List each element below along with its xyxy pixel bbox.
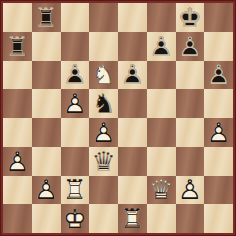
square-h4[interactable]: ♟♙ xyxy=(204,118,233,147)
piece-white-knight-d6[interactable]: ♞♘ xyxy=(89,61,118,90)
piece-black-pawn-c6[interactable]: ♟♙ xyxy=(61,61,90,90)
square-d1[interactable] xyxy=(89,204,118,233)
piece-white-rook-c2[interactable]: ♜♖ xyxy=(61,176,90,205)
square-b1[interactable] xyxy=(32,204,61,233)
white-pawn-glyph-fill: ♟ xyxy=(61,89,90,118)
square-f8[interactable] xyxy=(147,3,176,32)
black-knight-glyph-fill: ♞ xyxy=(89,89,118,118)
square-c1[interactable]: ♚♔ xyxy=(61,204,90,233)
square-f6[interactable] xyxy=(147,61,176,90)
piece-white-queen-f2[interactable]: ♛♕ xyxy=(147,176,176,205)
white-rook-glyph-outline: ♖ xyxy=(118,204,147,233)
piece-black-pawn-f7[interactable]: ♟♙ xyxy=(147,32,176,61)
black-king-glyph-outline: ♔ xyxy=(176,3,205,32)
black-rook-glyph-outline: ♖ xyxy=(3,32,32,61)
piece-white-pawn-b2[interactable]: ♟♙ xyxy=(32,176,61,205)
square-c7[interactable] xyxy=(61,32,90,61)
white-pawn-glyph-outline: ♙ xyxy=(3,147,32,176)
piece-black-pawn-h6[interactable]: ♟♙ xyxy=(204,61,233,90)
piece-black-king-g8[interactable]: ♚♔ xyxy=(176,3,205,32)
black-rook-glyph-outline: ♖ xyxy=(32,3,61,32)
square-c6[interactable]: ♟♙ xyxy=(61,61,90,90)
white-knight-glyph-outline: ♘ xyxy=(89,61,118,90)
white-pawn-glyph-outline: ♙ xyxy=(176,176,205,205)
square-g7[interactable]: ♟♙ xyxy=(176,32,205,61)
square-d7[interactable] xyxy=(89,32,118,61)
square-h6[interactable]: ♟♙ xyxy=(204,61,233,90)
square-d6[interactable]: ♞♘ xyxy=(89,61,118,90)
piece-black-rook-b8[interactable]: ♜♖ xyxy=(32,3,61,32)
square-c5[interactable]: ♟♙ xyxy=(61,89,90,118)
square-d3[interactable]: ♛♕ xyxy=(89,147,118,176)
square-f7[interactable]: ♟♙ xyxy=(147,32,176,61)
black-queen-glyph-outline: ♕ xyxy=(89,147,118,176)
piece-white-pawn-d4[interactable]: ♟♙ xyxy=(89,118,118,147)
square-b3[interactable] xyxy=(32,147,61,176)
piece-black-rook-a7[interactable]: ♜♖ xyxy=(3,32,32,61)
square-d5[interactable]: ♞♘ xyxy=(89,89,118,118)
piece-white-king-c1[interactable]: ♚♔ xyxy=(61,204,90,233)
square-h7[interactable] xyxy=(204,32,233,61)
piece-white-pawn-a3[interactable]: ♟♙ xyxy=(3,147,32,176)
square-a4[interactable] xyxy=(3,118,32,147)
piece-black-knight-d5[interactable]: ♞♘ xyxy=(89,89,118,118)
square-g1[interactable] xyxy=(176,204,205,233)
black-queen-glyph-fill: ♛ xyxy=(89,147,118,176)
square-b4[interactable] xyxy=(32,118,61,147)
black-pawn-glyph-fill: ♟ xyxy=(147,32,176,61)
black-pawn-glyph-outline: ♙ xyxy=(204,61,233,90)
white-pawn-glyph-fill: ♟ xyxy=(204,118,233,147)
square-g3[interactable] xyxy=(176,147,205,176)
square-e6[interactable]: ♟♙ xyxy=(118,61,147,90)
white-pawn-glyph-fill: ♟ xyxy=(32,176,61,205)
square-d4[interactable]: ♟♙ xyxy=(89,118,118,147)
square-a1[interactable] xyxy=(3,204,32,233)
square-e2[interactable] xyxy=(118,176,147,205)
square-b6[interactable] xyxy=(32,61,61,90)
chess-board-frame: ♜♖♚♔♜♖♟♙♟♙♟♙♞♘♟♙♟♙♟♙♞♘♟♙♟♙♟♙♛♕♟♙♜♖♛♕♟♙♚♔… xyxy=(0,0,236,236)
white-pawn-glyph-fill: ♟ xyxy=(176,176,205,205)
black-knight-glyph-outline: ♘ xyxy=(89,89,118,118)
white-king-glyph-outline: ♔ xyxy=(61,204,90,233)
square-g6[interactable] xyxy=(176,61,205,90)
piece-white-rook-e1[interactable]: ♜♖ xyxy=(118,204,147,233)
square-h1[interactable] xyxy=(204,204,233,233)
chess-board: ♜♖♚♔♜♖♟♙♟♙♟♙♞♘♟♙♟♙♟♙♞♘♟♙♟♙♟♙♛♕♟♙♜♖♛♕♟♙♚♔… xyxy=(3,3,233,233)
square-g2[interactable]: ♟♙ xyxy=(176,176,205,205)
square-f3[interactable] xyxy=(147,147,176,176)
white-knight-glyph-fill: ♞ xyxy=(89,61,118,90)
square-h3[interactable] xyxy=(204,147,233,176)
square-b7[interactable] xyxy=(32,32,61,61)
square-a2[interactable] xyxy=(3,176,32,205)
square-c4[interactable] xyxy=(61,118,90,147)
piece-white-pawn-h4[interactable]: ♟♙ xyxy=(204,118,233,147)
square-a8[interactable] xyxy=(3,3,32,32)
black-pawn-glyph-outline: ♙ xyxy=(118,61,147,90)
white-pawn-glyph-fill: ♟ xyxy=(89,118,118,147)
black-pawn-glyph-fill: ♟ xyxy=(118,61,147,90)
square-h5[interactable] xyxy=(204,89,233,118)
white-rook-glyph-outline: ♖ xyxy=(61,176,90,205)
white-pawn-glyph-fill: ♟ xyxy=(3,147,32,176)
square-a6[interactable] xyxy=(3,61,32,90)
square-e8[interactable] xyxy=(118,3,147,32)
black-rook-glyph-fill: ♜ xyxy=(32,3,61,32)
square-a5[interactable] xyxy=(3,89,32,118)
black-pawn-glyph-fill: ♟ xyxy=(61,61,90,90)
square-g4[interactable] xyxy=(176,118,205,147)
white-pawn-glyph-outline: ♙ xyxy=(89,118,118,147)
black-pawn-glyph-outline: ♙ xyxy=(61,61,90,90)
square-e7[interactable] xyxy=(118,32,147,61)
square-f1[interactable] xyxy=(147,204,176,233)
white-pawn-glyph-outline: ♙ xyxy=(204,118,233,147)
piece-white-pawn-g2[interactable]: ♟♙ xyxy=(176,176,205,205)
square-f4[interactable] xyxy=(147,118,176,147)
square-b8[interactable]: ♜♖ xyxy=(32,3,61,32)
square-c8[interactable] xyxy=(61,3,90,32)
white-king-glyph-fill: ♚ xyxy=(61,204,90,233)
white-pawn-glyph-outline: ♙ xyxy=(32,176,61,205)
black-king-glyph-fill: ♚ xyxy=(176,3,205,32)
white-pawn-glyph-outline: ♙ xyxy=(61,89,90,118)
square-e5[interactable] xyxy=(118,89,147,118)
black-rook-glyph-fill: ♜ xyxy=(3,32,32,61)
square-a7[interactable]: ♜♖ xyxy=(3,32,32,61)
square-d8[interactable] xyxy=(89,3,118,32)
square-c3[interactable] xyxy=(61,147,90,176)
square-f5[interactable] xyxy=(147,89,176,118)
square-c2[interactable]: ♜♖ xyxy=(61,176,90,205)
square-h2[interactable] xyxy=(204,176,233,205)
square-g8[interactable]: ♚♔ xyxy=(176,3,205,32)
white-rook-glyph-fill: ♜ xyxy=(118,204,147,233)
square-f2[interactable]: ♛♕ xyxy=(147,176,176,205)
square-h8[interactable] xyxy=(204,3,233,32)
black-pawn-glyph-outline: ♙ xyxy=(176,32,205,61)
piece-white-pawn-c5[interactable]: ♟♙ xyxy=(61,89,90,118)
square-a3[interactable]: ♟♙ xyxy=(3,147,32,176)
square-d2[interactable] xyxy=(89,176,118,205)
black-pawn-glyph-fill: ♟ xyxy=(204,61,233,90)
square-g5[interactable] xyxy=(176,89,205,118)
black-pawn-glyph-fill: ♟ xyxy=(176,32,205,61)
white-rook-glyph-fill: ♜ xyxy=(61,176,90,205)
black-pawn-glyph-outline: ♙ xyxy=(147,32,176,61)
square-e3[interactable] xyxy=(118,147,147,176)
piece-black-pawn-e6[interactable]: ♟♙ xyxy=(118,61,147,90)
square-b5[interactable] xyxy=(32,89,61,118)
piece-black-queen-d3[interactable]: ♛♕ xyxy=(89,147,118,176)
white-queen-glyph-outline: ♕ xyxy=(147,176,176,205)
piece-black-pawn-g7[interactable]: ♟♙ xyxy=(176,32,205,61)
square-e4[interactable] xyxy=(118,118,147,147)
white-queen-glyph-fill: ♛ xyxy=(147,176,176,205)
square-b2[interactable]: ♟♙ xyxy=(32,176,61,205)
square-e1[interactable]: ♜♖ xyxy=(118,204,147,233)
